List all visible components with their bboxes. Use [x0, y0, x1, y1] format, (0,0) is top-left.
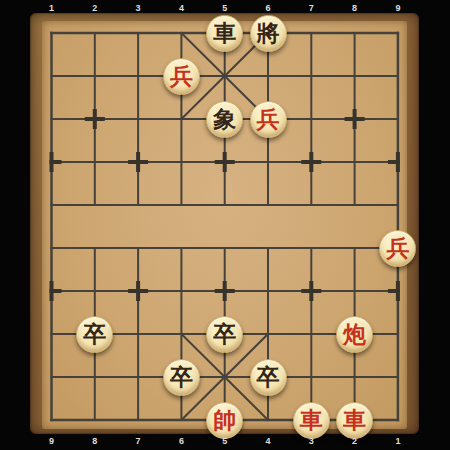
coordinate-label: 4 — [265, 434, 270, 448]
red-chariot[interactable]: 車 — [336, 402, 373, 439]
black-soldier[interactable]: 卒 — [163, 359, 200, 396]
black-general[interactable]: 將 — [250, 15, 287, 52]
red-chariot[interactable]: 車 — [293, 402, 330, 439]
coordinate-label: 2 — [352, 434, 357, 448]
coordinate-label: 8 — [92, 434, 97, 448]
coordinate-label: 1 — [395, 434, 400, 448]
xiangqi-app: 123456789 車將兵象兵兵卒卒炮卒卒帥車車 987654321 — [0, 0, 450, 450]
black-chariot[interactable]: 車 — [206, 15, 243, 52]
black-soldier[interactable]: 卒 — [76, 316, 113, 353]
black-elephant[interactable]: 象 — [206, 101, 243, 138]
coordinate-label: 6 — [179, 434, 184, 448]
coordinate-label: 3 — [309, 434, 314, 448]
bottom-coordinates: 987654321 — [0, 434, 450, 448]
coordinate-label: 7 — [136, 434, 141, 448]
black-soldier[interactable]: 卒 — [206, 316, 243, 353]
red-soldier[interactable]: 兵 — [163, 58, 200, 95]
pieces-layer: 車將兵象兵兵卒卒炮卒卒帥車車 — [0, 0, 450, 450]
red-general[interactable]: 帥 — [206, 402, 243, 439]
red-soldier[interactable]: 兵 — [379, 230, 416, 267]
red-cannon[interactable]: 炮 — [336, 316, 373, 353]
coordinate-label: 5 — [222, 434, 227, 448]
red-soldier[interactable]: 兵 — [250, 101, 287, 138]
coordinate-label: 9 — [49, 434, 54, 448]
black-soldier[interactable]: 卒 — [250, 359, 287, 396]
